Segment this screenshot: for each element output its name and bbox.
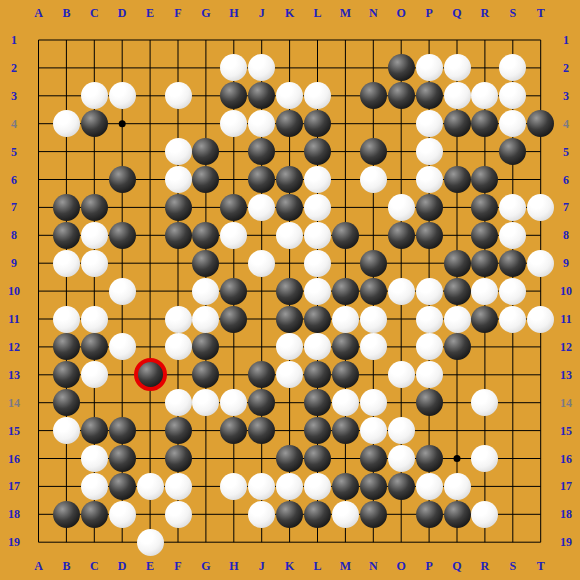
stone-white <box>165 501 192 528</box>
row-label-right: 10 <box>560 285 572 297</box>
stone-white <box>248 473 275 500</box>
col-label-top: T <box>537 7 545 19</box>
stone-black <box>444 166 471 193</box>
row-label-left: 8 <box>11 229 17 241</box>
stone-black <box>220 306 247 333</box>
stone-black <box>81 194 108 221</box>
row-label-right: 13 <box>560 369 572 381</box>
stone-white <box>499 278 526 305</box>
stone-black <box>304 138 331 165</box>
stone-black <box>444 278 471 305</box>
col-label-bottom: H <box>229 560 238 572</box>
col-label-top: L <box>313 7 321 19</box>
stone-white <box>137 473 164 500</box>
stone-white <box>53 417 80 444</box>
stone-black <box>53 361 80 388</box>
stone-black <box>276 501 303 528</box>
stone-black <box>276 445 303 472</box>
stone-black <box>360 501 387 528</box>
stone-black <box>416 194 443 221</box>
stone-white <box>304 166 331 193</box>
stone-white <box>388 361 415 388</box>
stone-white <box>416 333 443 360</box>
stone-black <box>416 389 443 416</box>
col-label-bottom: O <box>397 560 406 572</box>
stone-black <box>304 445 331 472</box>
stone-black <box>81 501 108 528</box>
stone-black <box>109 222 136 249</box>
row-label-right: 7 <box>563 201 569 213</box>
stone-white <box>248 250 275 277</box>
col-label-top: E <box>146 7 154 19</box>
col-label-top: D <box>118 7 127 19</box>
row-label-left: 2 <box>11 62 17 74</box>
stone-black <box>388 82 415 109</box>
stone-white <box>360 417 387 444</box>
col-label-top: A <box>34 7 43 19</box>
col-label-top: O <box>397 7 406 19</box>
stone-white <box>332 389 359 416</box>
stone-white <box>192 306 219 333</box>
col-label-top: P <box>425 7 432 19</box>
row-label-right: 4 <box>563 118 569 130</box>
col-label-bottom: D <box>118 560 127 572</box>
stone-white <box>388 417 415 444</box>
stone-black <box>248 166 275 193</box>
stone-black <box>192 222 219 249</box>
stone-black <box>109 417 136 444</box>
col-label-bottom: F <box>174 560 181 572</box>
col-label-bottom: S <box>509 560 516 572</box>
col-label-bottom: L <box>313 560 321 572</box>
stone-white <box>332 501 359 528</box>
stone-white <box>527 306 554 333</box>
stone-white <box>499 194 526 221</box>
stone-black <box>81 110 108 137</box>
row-label-right: 9 <box>563 257 569 269</box>
row-label-left: 16 <box>8 453 20 465</box>
stone-black <box>360 250 387 277</box>
row-label-left: 7 <box>11 201 17 213</box>
col-label-top: S <box>509 7 516 19</box>
row-label-right: 14 <box>560 397 572 409</box>
stone-black <box>360 82 387 109</box>
stone-white <box>360 306 387 333</box>
row-label-right: 19 <box>560 536 572 548</box>
row-label-left: 13 <box>8 369 20 381</box>
stone-black <box>165 417 192 444</box>
stone-black <box>165 222 192 249</box>
stone-black <box>444 333 471 360</box>
stone-black <box>416 222 443 249</box>
stone-black <box>276 306 303 333</box>
stone-black <box>332 222 359 249</box>
stone-black <box>192 250 219 277</box>
col-label-top: B <box>62 7 70 19</box>
stone-white <box>416 54 443 81</box>
stone-black <box>360 138 387 165</box>
stone-white <box>165 138 192 165</box>
row-label-right: 8 <box>563 229 569 241</box>
col-label-bottom: P <box>425 560 432 572</box>
col-label-top: J <box>259 7 265 19</box>
stone-white <box>416 110 443 137</box>
col-label-bottom: N <box>369 560 378 572</box>
stone-white <box>81 306 108 333</box>
col-label-top: Q <box>452 7 461 19</box>
col-label-bottom: K <box>285 560 294 572</box>
stone-black <box>53 389 80 416</box>
stone-black <box>416 82 443 109</box>
stone-white <box>81 82 108 109</box>
stone-white <box>53 306 80 333</box>
stone-black <box>304 389 331 416</box>
stone-white <box>416 138 443 165</box>
col-label-bottom: T <box>537 560 545 572</box>
stone-white <box>304 250 331 277</box>
stone-white <box>276 473 303 500</box>
row-label-left: 4 <box>11 118 17 130</box>
stone-black <box>304 306 331 333</box>
stone-white <box>81 222 108 249</box>
stone-black <box>332 278 359 305</box>
row-label-right: 5 <box>563 146 569 158</box>
stone-white <box>527 194 554 221</box>
stone-white <box>81 250 108 277</box>
stone-white <box>444 306 471 333</box>
stone-black <box>304 110 331 137</box>
row-label-left: 10 <box>8 285 20 297</box>
row-label-right: 12 <box>560 341 572 353</box>
stone-black <box>388 222 415 249</box>
row-label-left: 18 <box>8 508 20 520</box>
stone-white <box>360 333 387 360</box>
stone-black <box>444 110 471 137</box>
stone-white <box>499 222 526 249</box>
stone-black <box>165 194 192 221</box>
stone-black <box>388 473 415 500</box>
stone-black <box>471 222 498 249</box>
stone-white <box>109 333 136 360</box>
star-point <box>119 120 126 127</box>
stone-black <box>471 250 498 277</box>
stone-black <box>53 194 80 221</box>
row-label-right: 6 <box>563 174 569 186</box>
stone-white <box>109 278 136 305</box>
row-label-right: 17 <box>560 480 572 492</box>
stone-white <box>360 166 387 193</box>
row-label-left: 3 <box>11 90 17 102</box>
stone-white <box>527 250 554 277</box>
stone-white <box>416 166 443 193</box>
stone-white <box>416 473 443 500</box>
stone-white <box>444 82 471 109</box>
stone-black <box>360 473 387 500</box>
stone-white <box>304 473 331 500</box>
stone-white <box>304 222 331 249</box>
row-label-left: 9 <box>11 257 17 269</box>
star-point <box>454 455 461 462</box>
col-label-bottom: J <box>259 560 265 572</box>
stone-black <box>81 417 108 444</box>
stone-white <box>81 445 108 472</box>
stone-white <box>444 54 471 81</box>
row-label-right: 1 <box>563 34 569 46</box>
row-label-right: 15 <box>560 425 572 437</box>
col-label-top: H <box>229 7 238 19</box>
row-label-right: 3 <box>563 90 569 102</box>
row-label-left: 1 <box>11 34 17 46</box>
stone-white <box>388 194 415 221</box>
stone-white <box>360 389 387 416</box>
col-label-top: C <box>90 7 99 19</box>
col-label-top: K <box>285 7 294 19</box>
last-move-marker <box>134 358 167 391</box>
stone-white <box>53 250 80 277</box>
row-label-left: 19 <box>8 536 20 548</box>
stone-white <box>471 278 498 305</box>
stone-white <box>276 222 303 249</box>
stone-white <box>53 110 80 137</box>
stone-white <box>165 473 192 500</box>
go-board[interactable]: AABBCCDDEEFFGGHHJJKKLLMMNNOOPPQQRRSSTT11… <box>0 0 580 580</box>
row-label-right: 2 <box>563 62 569 74</box>
row-label-right: 16 <box>560 453 572 465</box>
col-label-bottom: M <box>340 560 351 572</box>
stone-black <box>471 306 498 333</box>
stone-white <box>471 501 498 528</box>
stone-white <box>81 361 108 388</box>
stone-white <box>165 306 192 333</box>
stone-white <box>81 473 108 500</box>
stone-black <box>332 473 359 500</box>
col-label-bottom: Q <box>452 560 461 572</box>
stone-white <box>416 361 443 388</box>
stone-white <box>304 278 331 305</box>
col-label-top: R <box>481 7 490 19</box>
stone-black <box>416 501 443 528</box>
stone-black <box>388 54 415 81</box>
stone-black <box>81 333 108 360</box>
row-label-left: 5 <box>11 146 17 158</box>
row-label-left: 11 <box>8 313 19 325</box>
stone-white <box>165 333 192 360</box>
stone-black <box>276 194 303 221</box>
stone-white <box>220 222 247 249</box>
col-label-bottom: B <box>62 560 70 572</box>
col-label-bottom: G <box>201 560 210 572</box>
stone-white <box>137 529 164 556</box>
stone-white <box>165 166 192 193</box>
stone-black <box>360 445 387 472</box>
row-label-left: 14 <box>8 397 20 409</box>
stone-black <box>276 166 303 193</box>
stone-white <box>388 278 415 305</box>
col-label-bottom: E <box>146 560 154 572</box>
stone-white <box>388 445 415 472</box>
row-label-left: 15 <box>8 425 20 437</box>
col-label-bottom: A <box>34 560 43 572</box>
stone-black <box>304 417 331 444</box>
col-label-top: N <box>369 7 378 19</box>
stone-black <box>332 417 359 444</box>
stone-black <box>165 445 192 472</box>
stone-black <box>53 501 80 528</box>
stone-black <box>304 501 331 528</box>
stone-black <box>109 166 136 193</box>
stone-black <box>109 445 136 472</box>
stone-black <box>444 250 471 277</box>
stone-black <box>109 473 136 500</box>
stone-white <box>109 501 136 528</box>
col-label-top: F <box>174 7 181 19</box>
stone-black <box>416 445 443 472</box>
stone-black <box>499 250 526 277</box>
row-label-right: 11 <box>560 313 571 325</box>
stone-white <box>304 194 331 221</box>
col-label-bottom: C <box>90 560 99 572</box>
stone-white <box>192 278 219 305</box>
stone-black <box>220 278 247 305</box>
col-label-top: G <box>201 7 210 19</box>
stone-black <box>220 194 247 221</box>
stone-white <box>248 501 275 528</box>
row-label-left: 12 <box>8 341 20 353</box>
stone-white <box>248 194 275 221</box>
stone-white <box>416 278 443 305</box>
stone-white <box>332 306 359 333</box>
stone-white <box>165 82 192 109</box>
row-label-right: 18 <box>560 508 572 520</box>
col-label-bottom: R <box>481 560 490 572</box>
stone-black <box>332 361 359 388</box>
stone-white <box>499 306 526 333</box>
stone-black <box>276 278 303 305</box>
row-label-left: 6 <box>11 174 17 186</box>
stone-black <box>360 278 387 305</box>
stone-white <box>109 82 136 109</box>
stone-white <box>416 306 443 333</box>
stone-white <box>444 473 471 500</box>
stone-black <box>444 501 471 528</box>
col-label-top: M <box>340 7 351 19</box>
row-label-left: 17 <box>8 480 20 492</box>
stone-white <box>165 389 192 416</box>
stone-black <box>53 222 80 249</box>
stone-white <box>220 473 247 500</box>
